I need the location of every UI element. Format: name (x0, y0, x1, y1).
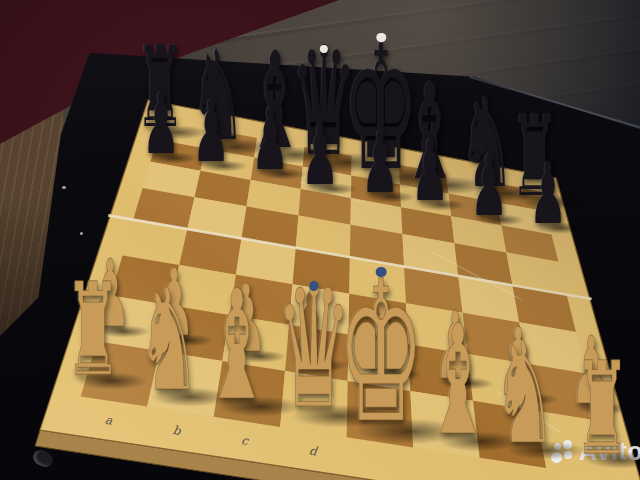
avito-watermark: Avito (548, 437, 640, 466)
avito-logo-icon (548, 438, 574, 466)
avito-watermark-text: Avito (579, 437, 640, 466)
chess-board: abcd (0, 0, 640, 480)
chess-set-photo: abcd ♜♞♝♛♚♝♞♜♟♟♟♟♟♟♟♟♟♟♟♟♟♟♟♟♜♞♝♛♚♝♞♜ Av… (0, 0, 640, 480)
